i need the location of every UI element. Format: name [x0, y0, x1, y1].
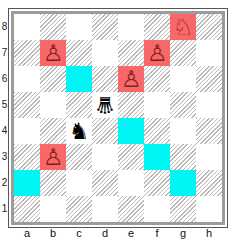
- board-inner-border: ♘♙♙♙♛♞♙: [11, 11, 225, 225]
- square-d7[interactable]: [92, 40, 118, 66]
- square-e8[interactable]: [118, 14, 144, 40]
- square-f5[interactable]: [144, 92, 170, 118]
- square-e2[interactable]: [118, 170, 144, 196]
- square-b6[interactable]: [40, 66, 66, 92]
- file-label-h: h: [196, 227, 222, 239]
- square-d1[interactable]: [92, 196, 118, 222]
- square-f3[interactable]: [144, 144, 170, 170]
- square-a2[interactable]: [14, 170, 40, 196]
- square-b8[interactable]: [40, 14, 66, 40]
- square-g7[interactable]: [170, 40, 196, 66]
- square-f1[interactable]: [144, 196, 170, 222]
- file-label-d: d: [92, 227, 118, 239]
- square-h6[interactable]: [196, 66, 222, 92]
- file-labels: abcdefgh: [14, 227, 222, 239]
- board-frame: ♘♙♙♙♛♞♙: [8, 8, 228, 228]
- piece-white-knight: ♘: [170, 14, 196, 40]
- square-c1[interactable]: [66, 196, 92, 222]
- square-a1[interactable]: [14, 196, 40, 222]
- file-label-f: f: [144, 227, 170, 239]
- piece-black-grasshopper-inverted-queen: ♛: [92, 92, 118, 118]
- square-c8[interactable]: [66, 14, 92, 40]
- square-b7[interactable]: ♙: [40, 40, 66, 66]
- square-c6[interactable]: [66, 66, 92, 92]
- square-a6[interactable]: [14, 66, 40, 92]
- piece-white-pawn: ♙: [118, 66, 144, 92]
- square-d4[interactable]: [92, 118, 118, 144]
- square-c4[interactable]: ♞: [66, 118, 92, 144]
- square-c5[interactable]: [66, 92, 92, 118]
- square-h8[interactable]: [196, 14, 222, 40]
- square-h4[interactable]: [196, 118, 222, 144]
- square-d5[interactable]: ♛: [92, 92, 118, 118]
- square-b4[interactable]: [40, 118, 66, 144]
- square-g3[interactable]: [170, 144, 196, 170]
- file-label-c: c: [66, 227, 92, 239]
- square-g4[interactable]: [170, 118, 196, 144]
- square-e5[interactable]: [118, 92, 144, 118]
- square-a7[interactable]: [14, 40, 40, 66]
- file-label-a: a: [14, 227, 40, 239]
- square-h2[interactable]: [196, 170, 222, 196]
- square-f8[interactable]: [144, 14, 170, 40]
- square-g2[interactable]: [170, 170, 196, 196]
- square-f4[interactable]: [144, 118, 170, 144]
- file-label-b: b: [40, 227, 66, 239]
- square-h3[interactable]: [196, 144, 222, 170]
- square-e4[interactable]: [118, 118, 144, 144]
- square-c7[interactable]: [66, 40, 92, 66]
- chess-board: ♘♙♙♙♛♞♙: [14, 14, 222, 222]
- piece-white-pawn: ♙: [144, 40, 170, 66]
- square-b3[interactable]: ♙: [40, 144, 66, 170]
- square-d2[interactable]: [92, 170, 118, 196]
- square-b5[interactable]: [40, 92, 66, 118]
- square-c2[interactable]: [66, 170, 92, 196]
- square-e3[interactable]: [118, 144, 144, 170]
- square-f6[interactable]: [144, 66, 170, 92]
- piece-white-pawn: ♙: [40, 144, 66, 170]
- square-g8[interactable]: ♘: [170, 14, 196, 40]
- square-h1[interactable]: [196, 196, 222, 222]
- piece-black-knight: ♞: [66, 118, 92, 144]
- square-h5[interactable]: [196, 92, 222, 118]
- square-g6[interactable]: [170, 66, 196, 92]
- square-d8[interactable]: [92, 14, 118, 40]
- square-h7[interactable]: [196, 40, 222, 66]
- square-b2[interactable]: [40, 170, 66, 196]
- file-label-g: g: [170, 227, 196, 239]
- square-e6[interactable]: ♙: [118, 66, 144, 92]
- square-e1[interactable]: [118, 196, 144, 222]
- square-a5[interactable]: [14, 92, 40, 118]
- square-a4[interactable]: [14, 118, 40, 144]
- file-label-e: e: [118, 227, 144, 239]
- piece-white-pawn: ♙: [40, 40, 66, 66]
- square-e7[interactable]: [118, 40, 144, 66]
- square-a8[interactable]: [14, 14, 40, 40]
- square-a3[interactable]: [14, 144, 40, 170]
- square-g5[interactable]: [170, 92, 196, 118]
- chess-diagram: 87654321 ♘♙♙♙♛♞♙ abcdefgh: [0, 0, 234, 239]
- square-d3[interactable]: [92, 144, 118, 170]
- square-f7[interactable]: ♙: [144, 40, 170, 66]
- square-d6[interactable]: [92, 66, 118, 92]
- square-f2[interactable]: [144, 170, 170, 196]
- square-b1[interactable]: [40, 196, 66, 222]
- square-g1[interactable]: [170, 196, 196, 222]
- square-c3[interactable]: [66, 144, 92, 170]
